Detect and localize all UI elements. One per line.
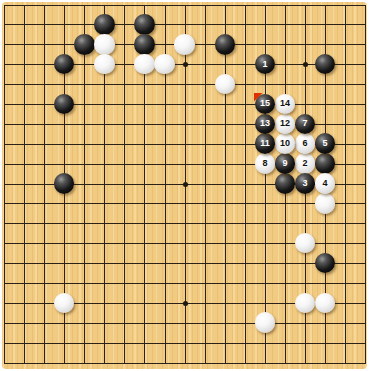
grid-line-vertical bbox=[225, 5, 226, 364]
stone-white bbox=[174, 34, 195, 55]
stone-black bbox=[54, 54, 75, 75]
grid-line-horizontal bbox=[4, 343, 366, 344]
move-number: 5 bbox=[323, 139, 328, 148]
stone-black bbox=[315, 54, 336, 75]
stone-white bbox=[94, 34, 115, 55]
stone-white bbox=[215, 74, 236, 95]
star-point bbox=[183, 62, 188, 67]
stone-white-move-10: 10 bbox=[275, 133, 296, 154]
grid-line-horizontal bbox=[4, 283, 366, 284]
stone-black bbox=[315, 253, 336, 274]
stone-white-move-12: 12 bbox=[275, 114, 296, 135]
stone-black-move-13: 13 bbox=[255, 114, 276, 135]
stone-black bbox=[134, 34, 155, 55]
move-number: 11 bbox=[260, 139, 270, 148]
stone-black bbox=[215, 34, 236, 55]
stone-black bbox=[94, 14, 115, 35]
move-number: 3 bbox=[303, 179, 308, 188]
star-point bbox=[183, 182, 188, 187]
move-number: 13 bbox=[260, 119, 270, 128]
go-diagram-frame: 123456789101112131415 bbox=[0, 0, 369, 371]
stone-white-move-8: 8 bbox=[255, 153, 276, 174]
move-number: 9 bbox=[282, 159, 287, 168]
stone-black-move-5: 5 bbox=[315, 133, 336, 154]
move-number: 6 bbox=[303, 139, 308, 148]
stone-black bbox=[315, 153, 336, 174]
stone-black-move-3: 3 bbox=[295, 173, 316, 194]
grid-line-horizontal bbox=[4, 223, 366, 224]
stone-black bbox=[275, 173, 296, 194]
stone-black-move-9: 9 bbox=[275, 153, 296, 174]
stone-black bbox=[54, 94, 75, 115]
stone-black bbox=[74, 34, 95, 55]
move-number: 12 bbox=[280, 119, 290, 128]
stone-white-move-2: 2 bbox=[295, 153, 316, 174]
move-number: 2 bbox=[303, 159, 308, 168]
stone-white bbox=[295, 293, 316, 314]
stone-white-move-6: 6 bbox=[295, 133, 316, 154]
stone-black bbox=[54, 173, 75, 194]
grid-line-vertical bbox=[365, 5, 366, 364]
grid-line-horizontal bbox=[4, 323, 366, 324]
grid-line-horizontal bbox=[4, 363, 366, 364]
move-number: 15 bbox=[260, 99, 270, 108]
star-point bbox=[303, 62, 308, 67]
grid-line-vertical bbox=[205, 5, 206, 364]
stone-black bbox=[134, 14, 155, 35]
stone-white bbox=[94, 54, 115, 75]
stone-black-move-1: 1 bbox=[255, 54, 276, 75]
stone-white bbox=[295, 233, 316, 254]
stone-white bbox=[54, 293, 75, 314]
grid-line-horizontal bbox=[4, 263, 366, 264]
move-number: 4 bbox=[323, 179, 328, 188]
stone-white-move-14: 14 bbox=[275, 94, 296, 115]
stone-white-move-4: 4 bbox=[315, 173, 336, 194]
move-number: 8 bbox=[262, 159, 267, 168]
stone-white bbox=[255, 312, 276, 333]
stone-white bbox=[315, 293, 336, 314]
go-board[interactable]: 123456789101112131415 bbox=[2, 2, 367, 369]
move-number: 10 bbox=[280, 139, 290, 148]
stone-white bbox=[154, 54, 175, 75]
move-number: 7 bbox=[303, 119, 308, 128]
stone-white bbox=[315, 193, 336, 214]
stone-white bbox=[134, 54, 155, 75]
move-number: 14 bbox=[280, 99, 290, 108]
grid-line-vertical bbox=[245, 5, 246, 364]
grid-line-horizontal bbox=[4, 203, 366, 204]
grid-line-vertical bbox=[345, 5, 346, 364]
stone-black-move-7: 7 bbox=[295, 114, 316, 135]
move-number: 1 bbox=[262, 60, 267, 69]
stone-black-move-11: 11 bbox=[255, 133, 276, 154]
star-point bbox=[183, 301, 188, 306]
